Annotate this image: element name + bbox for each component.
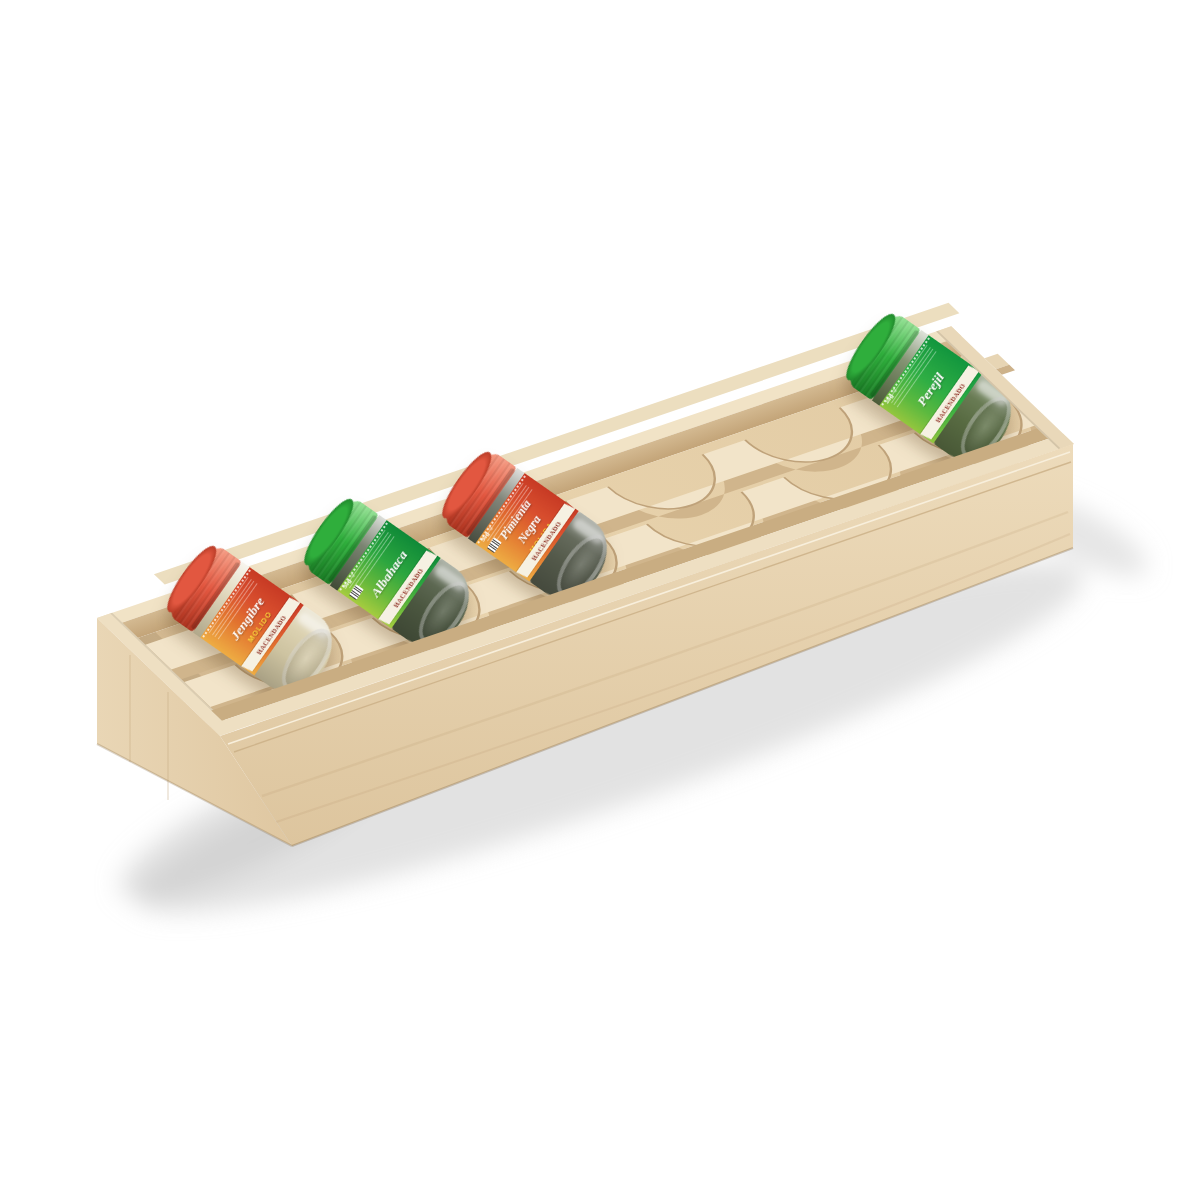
right-end-inner-line <box>936 331 1061 449</box>
right-end-top-edge <box>936 326 1074 449</box>
rack-front-graphic <box>0 0 1200 1200</box>
front-wall-outer-face <box>220 444 1073 846</box>
product-photo-spice-rack: Jengibre MOLIDO HACENDADO Albahaca <box>0 0 1200 1200</box>
